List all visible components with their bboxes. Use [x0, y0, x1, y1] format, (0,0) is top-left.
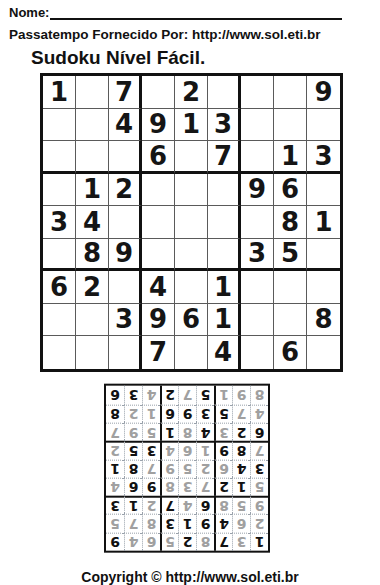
- solution-cell-r7c4: 4: [196, 422, 214, 440]
- solution-cell-r7c6: 1: [160, 422, 178, 440]
- sudoku-solution-grid-rotated: 1378256492649138759586472135127389643462…: [104, 384, 270, 553]
- puzzle-cell-r9c5: [175, 336, 208, 369]
- puzzle-cell-r4c3: 2: [109, 174, 142, 207]
- puzzle-cell-r6c7: 3: [241, 239, 274, 272]
- puzzle-cell-r3c8: 1: [274, 141, 307, 174]
- solution-cell-r2c9: 5: [106, 514, 124, 532]
- puzzle-cell-r4c9: [307, 174, 340, 207]
- solution-cell-r8c6: 6: [160, 404, 178, 422]
- solution-cell-r2c8: 7: [124, 514, 142, 532]
- solution-cell-r9c3: 1: [214, 386, 232, 404]
- solution-cell-r4c9: 4: [106, 477, 124, 495]
- solution-cell-r4c6: 8: [160, 477, 178, 495]
- solution-cell-r6c5: 6: [178, 440, 196, 458]
- solution-cell-r3c3: 8: [214, 495, 232, 513]
- solution-cell-r8c9: 8: [106, 404, 124, 422]
- solution-cell-r6c9: 2: [106, 440, 124, 458]
- solution-cell-r3c5: 4: [178, 495, 196, 513]
- puzzle-cell-r6c6: [208, 239, 241, 272]
- solution-cell-r8c2: 7: [232, 404, 250, 422]
- solution-cell-r1c3: 7: [214, 532, 232, 550]
- puzzle-cell-r3c6: 7: [208, 141, 241, 174]
- solution-cell-r2c4: 9: [196, 514, 214, 532]
- puzzle-cell-r4c4: [142, 174, 175, 207]
- solution-cell-r5c3: 6: [214, 459, 232, 477]
- puzzle-cell-r8c1: [43, 304, 76, 337]
- puzzle-cell-r2c8: [274, 109, 307, 142]
- solution-cell-r4c4: 7: [196, 477, 214, 495]
- solution-cell-r1c7: 6: [142, 532, 160, 550]
- solution-cell-r2c6: 3: [160, 514, 178, 532]
- solution-cell-r2c1: 2: [250, 514, 268, 532]
- puzzle-cell-r9c1: [43, 336, 76, 369]
- solution-cell-r9c8: 3: [124, 386, 142, 404]
- provider-credit-line: Passatempo Fornecido Por: http://www.sol…: [9, 27, 372, 42]
- solution-cell-r8c3: 5: [214, 404, 232, 422]
- solution-cell-r4c8: 6: [124, 477, 142, 495]
- puzzle-cell-r2c9: [307, 109, 340, 142]
- solution-cell-r6c6: 4: [160, 440, 178, 458]
- solution-cell-r9c9: 6: [106, 386, 124, 404]
- puzzle-cell-r2c1: [43, 109, 76, 142]
- puzzle-cell-r8c8: [274, 304, 307, 337]
- solution-cell-r4c7: 9: [142, 477, 160, 495]
- puzzle-cell-r5c9: 1: [307, 206, 340, 239]
- puzzle-cell-r5c5: [175, 206, 208, 239]
- solution-cell-r8c4: 3: [196, 404, 214, 422]
- puzzle-cell-r8c9: 8: [307, 304, 340, 337]
- puzzle-cell-r3c7: [241, 141, 274, 174]
- solution-cell-r3c8: 1: [124, 495, 142, 513]
- solution-cell-r8c5: 9: [178, 404, 196, 422]
- puzzle-cell-r1c1: 1: [43, 76, 76, 109]
- solution-cell-r1c6: 5: [160, 532, 178, 550]
- solution-cell-r4c2: 1: [232, 477, 250, 495]
- solution-cell-r6c2: 8: [232, 440, 250, 458]
- solution-cell-r2c5: 1: [178, 514, 196, 532]
- puzzle-cell-r8c4: 9: [142, 304, 175, 337]
- puzzle-cell-r1c9: 9: [307, 76, 340, 109]
- solution-cell-r7c7: 5: [142, 422, 160, 440]
- solution-cell-r1c1: 1: [250, 532, 268, 550]
- puzzle-cell-r9c6: 4: [208, 336, 241, 369]
- solution-cell-r2c2: 6: [232, 514, 250, 532]
- puzzle-cell-r4c2: 1: [76, 174, 109, 207]
- puzzle-cell-r4c7: 9: [241, 174, 274, 207]
- solution-cell-r5c1: 3: [250, 459, 268, 477]
- solution-cell-r2c3: 4: [214, 514, 232, 532]
- puzzle-cell-r3c5: [175, 141, 208, 174]
- puzzle-cell-r3c2: [76, 141, 109, 174]
- solution-cell-r5c7: 7: [142, 459, 160, 477]
- puzzle-cell-r8c3: 3: [109, 304, 142, 337]
- puzzle-cell-r2c2: [76, 109, 109, 142]
- solution-cell-r3c1: 9: [250, 495, 268, 513]
- puzzle-cell-r2c4: 9: [142, 109, 175, 142]
- copyright-line: Copyright © http://www.sol.eti.br: [0, 569, 380, 585]
- puzzle-cell-r8c5: 6: [175, 304, 208, 337]
- solution-cell-r1c2: 3: [232, 532, 250, 550]
- puzzle-cell-r9c2: [76, 336, 109, 369]
- puzzle-cell-r5c1: 3: [43, 206, 76, 239]
- puzzle-cell-r5c3: [109, 206, 142, 239]
- puzzle-cell-r6c5: [175, 239, 208, 272]
- puzzle-cell-r6c1: [43, 239, 76, 272]
- solution-cell-r6c7: 3: [142, 440, 160, 458]
- puzzle-cell-r2c6: 3: [208, 109, 241, 142]
- puzzle-cell-r9c7: [241, 336, 274, 369]
- puzzle-cell-r7c7: [241, 271, 274, 304]
- puzzle-cell-r8c6: 1: [208, 304, 241, 337]
- puzzle-cell-r7c6: 1: [208, 271, 241, 304]
- name-row: Nome:: [9, 5, 372, 20]
- puzzle-cell-r8c7: [241, 304, 274, 337]
- solution-cell-r3c6: 7: [160, 495, 178, 513]
- name-label: Nome:: [9, 5, 49, 20]
- solution-cell-r5c4: 2: [196, 459, 214, 477]
- solution-cell-r8c8: 2: [124, 404, 142, 422]
- solution-cell-r7c3: 3: [214, 422, 232, 440]
- puzzle-cell-r7c2: 2: [76, 271, 109, 304]
- puzzle-cell-r6c3: 9: [109, 239, 142, 272]
- solution-cell-r8c1: 4: [250, 404, 268, 422]
- puzzle-cell-r6c2: 8: [76, 239, 109, 272]
- puzzle-cell-r3c9: 3: [307, 141, 340, 174]
- solution-cell-r1c5: 2: [178, 532, 196, 550]
- solution-cell-r4c3: 2: [214, 477, 232, 495]
- sudoku-puzzle-grid: 172949136713129634818935624139618746: [40, 73, 343, 372]
- solution-cell-r5c6: 9: [160, 459, 178, 477]
- puzzle-cell-r8c2: [76, 304, 109, 337]
- puzzle-cell-r1c2: [76, 76, 109, 109]
- puzzle-cell-r2c5: 1: [175, 109, 208, 142]
- solution-cell-r5c2: 4: [232, 459, 250, 477]
- puzzle-cell-r7c8: [274, 271, 307, 304]
- solution-cell-r1c4: 8: [196, 532, 214, 550]
- puzzle-cell-r6c9: [307, 239, 340, 272]
- puzzle-cell-r3c3: [109, 141, 142, 174]
- solution-cell-r5c9: 1: [106, 459, 124, 477]
- puzzle-cell-r9c4: 7: [142, 336, 175, 369]
- puzzle-cell-r5c7: [241, 206, 274, 239]
- name-fill-line: [50, 5, 342, 20]
- worksheet-page: Nome: Passatempo Fornecido Por: http://w…: [0, 0, 380, 585]
- solution-cell-r4c1: 5: [250, 477, 268, 495]
- puzzle-cell-r1c8: [274, 76, 307, 109]
- puzzle-cell-r5c4: [142, 206, 175, 239]
- solution-cell-r9c7: 4: [142, 386, 160, 404]
- solution-cell-r5c5: 5: [178, 459, 196, 477]
- solution-cell-r3c7: 2: [142, 495, 160, 513]
- puzzle-cell-r4c5: [175, 174, 208, 207]
- puzzle-cell-r7c4: 4: [142, 271, 175, 304]
- puzzle-cell-r1c4: [142, 76, 175, 109]
- solution-cell-r7c9: 7: [106, 422, 124, 440]
- solution-cell-r7c8: 9: [124, 422, 142, 440]
- solution-cell-r6c3: 9: [214, 440, 232, 458]
- puzzle-cell-r3c4: 6: [142, 141, 175, 174]
- puzzle-cell-r4c8: 6: [274, 174, 307, 207]
- solution-cell-r9c1: 8: [250, 386, 268, 404]
- puzzle-cell-r3c1: [43, 141, 76, 174]
- puzzle-cell-r9c3: [109, 336, 142, 369]
- puzzle-cell-r1c7: [241, 76, 274, 109]
- solution-cell-r2c7: 8: [142, 514, 160, 532]
- solution-cell-r9c6: 2: [160, 386, 178, 404]
- puzzle-cell-r5c6: [208, 206, 241, 239]
- puzzle-cell-r2c3: 4: [109, 109, 142, 142]
- puzzle-cell-r4c1: [43, 174, 76, 207]
- puzzle-cell-r7c9: [307, 271, 340, 304]
- solution-cell-r6c8: 5: [124, 440, 142, 458]
- solution-cell-r7c1: 6: [250, 422, 268, 440]
- solution-cell-r7c5: 8: [178, 422, 196, 440]
- solution-cell-r4c5: 3: [178, 477, 196, 495]
- puzzle-cell-r9c9: [307, 336, 340, 369]
- page-header: Nome: Passatempo Fornecido Por: http://w…: [0, 0, 380, 69]
- solution-cell-r5c8: 8: [124, 459, 142, 477]
- solution-cell-r1c9: 9: [106, 532, 124, 550]
- puzzle-cell-r5c8: 8: [274, 206, 307, 239]
- solution-cell-r6c1: 7: [250, 440, 268, 458]
- solution-cell-r1c8: 4: [124, 532, 142, 550]
- page-title: Sudoku Nível Fácil.: [31, 47, 372, 69]
- solution-cell-r9c2: 9: [232, 386, 250, 404]
- solution-cell-r3c9: 3: [106, 495, 124, 513]
- solution-cell-r3c2: 5: [232, 495, 250, 513]
- solution-cell-r8c7: 1: [142, 404, 160, 422]
- solution-cell-r6c4: 1: [196, 440, 214, 458]
- puzzle-cell-r7c1: 6: [43, 271, 76, 304]
- puzzle-cell-r7c3: [109, 271, 142, 304]
- puzzle-cell-r2c7: [241, 109, 274, 142]
- solution-cell-r3c4: 6: [196, 495, 214, 513]
- puzzle-cell-r4c6: [208, 174, 241, 207]
- puzzle-cell-r1c5: 2: [175, 76, 208, 109]
- puzzle-cell-r1c6: [208, 76, 241, 109]
- solution-cell-r9c5: 7: [178, 386, 196, 404]
- solution-cell-r9c4: 5: [196, 386, 214, 404]
- solution-cell-r7c2: 2: [232, 422, 250, 440]
- puzzle-cell-r6c8: 5: [274, 239, 307, 272]
- puzzle-cell-r5c2: 4: [76, 206, 109, 239]
- puzzle-cell-r7c5: [175, 271, 208, 304]
- puzzle-cell-r1c3: 7: [109, 76, 142, 109]
- puzzle-cell-r6c4: [142, 239, 175, 272]
- puzzle-cell-r9c8: 6: [274, 336, 307, 369]
